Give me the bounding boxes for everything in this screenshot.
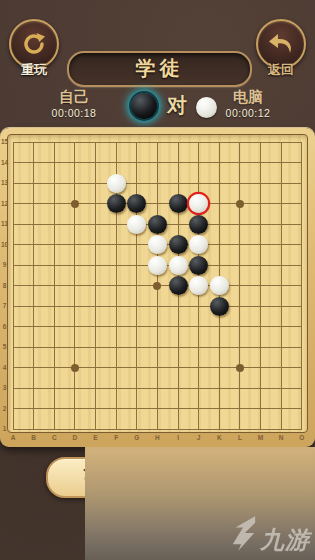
board-intersection-G14[interactable] [126,152,147,173]
board-intersection-N3[interactable] [271,378,292,399]
col-label-N: N [276,434,286,441]
board-intersection-E11[interactable] [85,214,106,235]
black-stone-turn-indicator [131,93,157,119]
board-intersection-K7[interactable] [209,296,230,317]
row-label-11: 11 [0,220,9,227]
board-intersection-J9[interactable] [188,255,209,276]
board-intersection-O15[interactable] [291,132,312,153]
col-label-G: G [132,434,142,441]
board-intersection-I7[interactable] [168,296,189,317]
board-intersection-I2[interactable] [168,398,189,419]
board-intersection-J14[interactable] [188,152,209,173]
opponent-player-timer: 00:00:12 [216,107,280,119]
board-intersection-I8[interactable] [168,275,189,296]
back-arrow-icon [267,32,295,56]
row-label-4: 4 [0,364,9,371]
board-intersection-L12[interactable] [230,193,251,214]
board-intersection-M4[interactable] [250,357,271,378]
col-label-C: C [49,434,59,441]
board-intersection-M3[interactable] [250,378,271,399]
board-intersection-O10[interactable] [291,234,312,255]
board-intersection-M8[interactable] [250,275,271,296]
board-intersection-E12[interactable] [85,193,106,214]
col-label-D: D [70,434,80,441]
self-player-timer: 00:00:18 [42,107,106,119]
board-intersection-C14[interactable] [44,152,65,173]
board-intersection-K9[interactable] [209,255,230,276]
board-intersection-L11[interactable] [230,214,251,235]
board-intersection-K3[interactable] [209,378,230,399]
board-intersection-G15[interactable] [126,132,147,153]
board-intersection-M5[interactable] [250,337,271,358]
board-intersection-O13[interactable] [291,173,312,194]
board-intersection-D12[interactable] [65,193,86,214]
white-stone-J10 [189,235,208,254]
board-intersection-C13[interactable] [44,173,65,194]
board-intersection-K12[interactable] [209,193,230,214]
board-intersection-F3[interactable] [106,378,127,399]
col-label-F: F [111,434,121,441]
board-intersection-O4[interactable] [291,357,312,378]
col-label-E: E [91,434,101,441]
board-intersection-J4[interactable] [188,357,209,378]
black-stone-J9 [189,256,208,275]
board-intersection-E2[interactable] [85,398,106,419]
board-intersection-J5[interactable] [188,337,209,358]
row-label-2: 2 [0,405,9,412]
board-intersection-I4[interactable] [168,357,189,378]
board-intersection-L5[interactable] [230,337,251,358]
board-intersection-M11[interactable] [250,214,271,235]
board-intersection-H3[interactable] [147,378,168,399]
board-intersection-H13[interactable] [147,173,168,194]
star-point-L12 [236,200,244,208]
board-intersection-N14[interactable] [271,152,292,173]
board-intersection-B4[interactable] [23,357,44,378]
board-intersection-H14[interactable] [147,152,168,173]
board-intersection-G12[interactable] [126,193,147,214]
board-intersection-E6[interactable] [85,316,106,337]
back-button[interactable]: 返回 [253,19,309,79]
row-label-8: 8 [0,282,9,289]
white-stone-H9 [148,256,167,275]
star-point-D12 [71,200,79,208]
board-intersection-O2[interactable] [291,398,312,419]
board-intersection-I5[interactable] [168,337,189,358]
board-intersection-D3[interactable] [65,378,86,399]
board-intersection-O5[interactable] [291,337,312,358]
board-intersection-I13[interactable] [168,173,189,194]
board-intersection-F15[interactable] [106,132,127,153]
board-intersection-E15[interactable] [85,132,106,153]
board-intersection-F2[interactable] [106,398,127,419]
jiuyou-watermark: 九游 [229,514,310,552]
board-intersection-D7[interactable] [65,296,86,317]
board-intersection-I15[interactable] [168,132,189,153]
row-label-7: 7 [0,302,9,309]
col-label-J: J [194,434,204,441]
board-intersection-J15[interactable] [188,132,209,153]
board-intersection-L3[interactable] [230,378,251,399]
row-label-13: 13 [0,179,9,186]
star-point-D4 [71,364,79,372]
board-intersection-E13[interactable] [85,173,106,194]
col-label-O: O [297,434,307,441]
board-intersection-K15[interactable] [209,132,230,153]
board-intersection-B13[interactable] [23,173,44,194]
board-intersection-F7[interactable] [106,296,127,317]
board-intersection-C5[interactable] [44,337,65,358]
board-intersection-K4[interactable] [209,357,230,378]
board-intersection-B5[interactable] [23,337,44,358]
board-intersection-E3[interactable] [85,378,106,399]
white-stone-indicator [196,97,217,118]
board-intersection-C11[interactable] [44,214,65,235]
col-label-I: I [173,434,183,441]
board-intersection-D11[interactable] [65,214,86,235]
opponent-player-name: 电脑 [222,88,274,107]
black-stone-I10 [169,235,188,254]
board-intersection-G3[interactable] [126,378,147,399]
board-intersection-M6[interactable] [250,316,271,337]
board-intersection-O7[interactable] [291,296,312,317]
board-intersection-D4[interactable] [65,357,86,378]
board-intersection-N9[interactable] [271,255,292,276]
self-player-name: 自己 [48,88,100,107]
board-intersection-O14[interactable] [291,152,312,173]
board-intersection-H12[interactable] [147,193,168,214]
board-intersection-D6[interactable] [65,316,86,337]
row-label-14: 14 [0,159,9,166]
board-intersection-E5[interactable] [85,337,106,358]
gomoku-board: 151413121110987654321ABCDEFGHIJKLMNO [0,128,315,447]
board-intersection-J13[interactable] [188,173,209,194]
board-intersection-G9[interactable] [126,255,147,276]
black-stone-F12 [107,194,126,213]
board-intersection-G4[interactable] [126,357,147,378]
board-intersection-F11[interactable] [106,214,127,235]
board-intersection-G6[interactable] [126,316,147,337]
board-intersection-J7[interactable] [188,296,209,317]
board-intersection-E7[interactable] [85,296,106,317]
board-intersection-M13[interactable] [250,173,271,194]
board-intersection-O3[interactable] [291,378,312,399]
board-intersection-J8[interactable] [188,275,209,296]
row-label-15: 15 [0,138,9,145]
col-label-L: L [235,434,245,441]
star-point-L4 [236,364,244,372]
board-intersection-L9[interactable] [230,255,251,276]
col-label-M: M [256,434,266,441]
board-intersection-H5[interactable] [147,337,168,358]
row-label-12: 12 [0,200,9,207]
col-label-A: A [8,434,18,441]
players-bar: 自己 00:00:18 对 电脑 00:00:12 [0,87,315,127]
row-label-9: 9 [0,261,9,268]
board-intersection-D15[interactable] [65,132,86,153]
black-stone-K7 [210,297,229,316]
board-intersection-H15[interactable] [147,132,168,153]
board-intersection-N8[interactable] [271,275,292,296]
board-intersection-C3[interactable] [44,378,65,399]
black-stone-I8 [169,276,188,295]
board-intersection-N7[interactable] [271,296,292,317]
board-intersection-G11[interactable] [126,214,147,235]
board-intersection-L6[interactable] [230,316,251,337]
board-intersection-L13[interactable] [230,173,251,194]
board-intersection-N11[interactable] [271,214,292,235]
gomoku-app: 重玩 学徒 返回 自己 00:00:18 对 电脑 00:00:12 15141… [0,0,315,560]
board-intersection-N10[interactable] [271,234,292,255]
board-intersection-I14[interactable] [168,152,189,173]
board-intersection-N12[interactable] [271,193,292,214]
board-intersection-C8[interactable] [44,275,65,296]
board-intersection-N2[interactable] [271,398,292,419]
jiuyou-logo-icon [229,514,257,552]
board-intersection-K11[interactable] [209,214,230,235]
board-intersection-H10[interactable] [147,234,168,255]
board-intersection-G5[interactable] [126,337,147,358]
board-intersection-L2[interactable] [230,398,251,419]
board-intersection-M9[interactable] [250,255,271,276]
board-intersection-D5[interactable] [65,337,86,358]
board-intersection-B9[interactable] [23,255,44,276]
board-intersection-H2[interactable] [147,398,168,419]
board-intersection-I9[interactable] [168,255,189,276]
board-intersection-G10[interactable] [126,234,147,255]
board-intersection-K14[interactable] [209,152,230,173]
board-intersection-F4[interactable] [106,357,127,378]
board-intersection-D14[interactable] [65,152,86,173]
white-stone-K8 [210,276,229,295]
board-intersection-L14[interactable] [230,152,251,173]
board-intersection-B15[interactable] [23,132,44,153]
board-intersection-N15[interactable] [271,132,292,153]
black-stone-I12 [169,194,188,213]
board-intersection-I3[interactable] [168,378,189,399]
white-stone-I9 [169,256,188,275]
board-intersection-O12[interactable] [291,193,312,214]
board-intersection-N5[interactable] [271,337,292,358]
board-intersection-C4[interactable] [44,357,65,378]
board-intersection-K13[interactable] [209,173,230,194]
board-intersection-H9[interactable] [147,255,168,276]
board-intersection-D13[interactable] [65,173,86,194]
board-intersection-H7[interactable] [147,296,168,317]
board-intersection-O6[interactable] [291,316,312,337]
row-label-6: 6 [0,323,9,330]
board-intersection-O9[interactable] [291,255,312,276]
board-intersection-K6[interactable] [209,316,230,337]
board-intersection-M2[interactable] [250,398,271,419]
board-intersection-B3[interactable] [23,378,44,399]
board-intersection-K2[interactable] [209,398,230,419]
board-intersection-B7[interactable] [23,296,44,317]
board-intersection-L4[interactable] [230,357,251,378]
board-intersection-H11[interactable] [147,214,168,235]
board-intersection-H8[interactable] [147,275,168,296]
col-label-H: H [152,434,162,441]
board-intersection-M7[interactable] [250,296,271,317]
board-intersection-O8[interactable] [291,275,312,296]
difficulty-title: 学徒 [67,51,252,87]
board-intersection-G2[interactable] [126,398,147,419]
white-stone-F13 [107,174,126,193]
row-label-10: 10 [0,241,9,248]
replay-circular-arrow-icon [21,31,47,57]
row-label-3: 3 [0,384,9,391]
board-intersection-G7[interactable] [126,296,147,317]
back-button-label: 返回 [253,61,309,79]
board-intersection-L7[interactable] [230,296,251,317]
board-intersection-B11[interactable] [23,214,44,235]
board-intersection-J6[interactable] [188,316,209,337]
row-label-5: 5 [0,343,9,350]
board-intersection-E9[interactable] [85,255,106,276]
board-intersection-C12[interactable] [44,193,65,214]
jiuyou-watermark-text: 九游 [260,528,310,552]
board-intersection-F9[interactable] [106,255,127,276]
board-intersection-O11[interactable] [291,214,312,235]
board-intersection-F10[interactable] [106,234,127,255]
board-intersection-D10[interactable] [65,234,86,255]
board-grid [3,132,312,440]
board-intersection-B14[interactable] [23,152,44,173]
white-stone-J8 [189,276,208,295]
board-intersection-L10[interactable] [230,234,251,255]
board-intersection-F12[interactable] [106,193,127,214]
board-intersection-D9[interactable] [65,255,86,276]
board-intersection-B6[interactable] [23,316,44,337]
board-intersection-F8[interactable] [106,275,127,296]
board-intersection-C7[interactable] [44,296,65,317]
board-intersection-G8[interactable] [126,275,147,296]
board-intersection-C15[interactable] [44,132,65,153]
board-intersection-M12[interactable] [250,193,271,214]
board-intersection-M15[interactable] [250,132,271,153]
board-intersection-I10[interactable] [168,234,189,255]
board-intersection-K10[interactable] [209,234,230,255]
board-intersection-J3[interactable] [188,378,209,399]
board-intersection-B10[interactable] [23,234,44,255]
board-intersection-B12[interactable] [23,193,44,214]
white-stone-J12-last-move [189,194,208,213]
board-intersection-I6[interactable] [168,316,189,337]
star-point-H8 [153,282,161,290]
board-intersection-F13[interactable] [106,173,127,194]
board-intersection-N4[interactable] [271,357,292,378]
board-intersection-E14[interactable] [85,152,106,173]
board-intersection-N6[interactable] [271,316,292,337]
board-intersection-F5[interactable] [106,337,127,358]
board-intersection-C10[interactable] [44,234,65,255]
board-intersection-K5[interactable] [209,337,230,358]
board-intersection-G13[interactable] [126,173,147,194]
versus-label: 对 [160,92,194,119]
board-intersection-J2[interactable] [188,398,209,419]
replay-button[interactable]: 重玩 [6,19,62,79]
board-intersection-N13[interactable] [271,173,292,194]
board-intersection-C6[interactable] [44,316,65,337]
board-intersection-E10[interactable] [85,234,106,255]
board-intersection-F14[interactable] [106,152,127,173]
board-intersection-F6[interactable] [106,316,127,337]
board-intersection-J12[interactable] [188,193,209,214]
row-label-1: 1 [0,425,9,432]
col-label-B: B [29,434,39,441]
black-stone-H11 [148,215,167,234]
board-intersection-I11[interactable] [168,214,189,235]
board-intersection-L8[interactable] [230,275,251,296]
board-intersection-I12[interactable] [168,193,189,214]
board-intersection-M10[interactable] [250,234,271,255]
white-stone-G11 [127,215,146,234]
col-label-K: K [214,434,224,441]
replay-button-label: 重玩 [6,61,62,79]
black-stone-G12 [127,194,146,213]
board-intersection-L15[interactable] [230,132,251,153]
board-intersection-H6[interactable] [147,316,168,337]
board-intersection-B2[interactable] [23,398,44,419]
board-intersection-D2[interactable] [65,398,86,419]
board-intersection-D8[interactable] [65,275,86,296]
board-intersection-J10[interactable] [188,234,209,255]
board-intersection-C2[interactable] [44,398,65,419]
board-intersection-H4[interactable] [147,357,168,378]
white-stone-H10 [148,235,167,254]
board-intersection-C9[interactable] [44,255,65,276]
board-intersection-K8[interactable] [209,275,230,296]
board-intersection-J11[interactable] [188,214,209,235]
black-stone-J11 [189,215,208,234]
board-intersection-E8[interactable] [85,275,106,296]
board-intersection-M14[interactable] [250,152,271,173]
board-intersection-B8[interactable] [23,275,44,296]
board-intersection-E4[interactable] [85,357,106,378]
